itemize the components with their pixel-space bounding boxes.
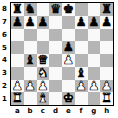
square-c4[interactable]: ♛ [37, 54, 50, 67]
square-c6[interactable] [37, 29, 50, 42]
black-pawn[interactable]: ♟ [25, 16, 36, 29]
file-label-c: c [37, 106, 50, 116]
file-labels: abcdefgh [11, 106, 113, 116]
square-h6[interactable] [100, 29, 113, 42]
square-d7[interactable] [49, 16, 62, 29]
square-c3[interactable]: ♞ [37, 67, 50, 80]
black-bishop[interactable]: ♝ [25, 54, 36, 67]
square-d4[interactable] [49, 54, 62, 67]
square-a6[interactable] [11, 29, 24, 42]
square-h7[interactable]: ♟ [100, 16, 113, 29]
square-d3[interactable] [49, 67, 62, 80]
square-e4[interactable]: ♟ [62, 54, 75, 67]
white-rook[interactable]: ♜ [101, 92, 112, 105]
black-rook[interactable]: ♜ [12, 3, 23, 16]
white-pawn[interactable]: ♟ [37, 80, 48, 93]
square-e1[interactable]: ♚ [62, 92, 75, 105]
black-pawn[interactable]: ♟ [76, 16, 87, 29]
white-pawn[interactable]: ♟ [101, 80, 112, 93]
file-label-h: h [100, 106, 113, 116]
file-label-e: e [62, 106, 75, 116]
square-d8[interactable]: ♛ [49, 3, 62, 16]
white-pawn[interactable]: ♟ [88, 80, 99, 93]
square-e3[interactable] [62, 67, 75, 80]
square-d6[interactable] [49, 29, 62, 42]
square-g3[interactable] [88, 67, 101, 80]
square-f7[interactable]: ♟ [75, 16, 88, 29]
square-a3[interactable] [11, 67, 24, 80]
chess-board[interactable]: ♜♞♛♚♜♟♟♟♟♟♟♟♝♛♟♞♝♟♟♟♟♟♟♜♝♚♜ [10, 2, 114, 106]
black-bishop[interactable]: ♝ [76, 67, 87, 80]
square-h1[interactable]: ♜ [100, 92, 113, 105]
square-b4[interactable]: ♝ [24, 54, 37, 67]
square-b7[interactable]: ♟ [24, 16, 37, 29]
square-g6[interactable] [88, 29, 101, 42]
square-f4[interactable] [75, 54, 88, 67]
rank-label-8: 8 [0, 3, 9, 16]
square-g2[interactable]: ♟ [88, 80, 101, 93]
black-pawn[interactable]: ♟ [63, 41, 74, 54]
black-knight[interactable]: ♞ [25, 3, 36, 16]
square-g8[interactable] [88, 3, 101, 16]
square-d2[interactable] [49, 80, 62, 93]
rank-label-4: 4 [0, 54, 9, 67]
square-h4[interactable] [100, 54, 113, 67]
rank-labels: 87654321 [0, 3, 9, 105]
square-h2[interactable]: ♟ [100, 80, 113, 93]
rank-label-6: 6 [0, 29, 9, 42]
white-knight[interactable]: ♞ [37, 67, 48, 80]
square-c7[interactable]: ♟ [37, 16, 50, 29]
square-f2[interactable]: ♟ [75, 80, 88, 93]
square-d1[interactable] [49, 92, 62, 105]
square-b5[interactable] [24, 41, 37, 54]
white-king[interactable]: ♚ [63, 92, 74, 105]
file-label-d: d [49, 106, 62, 116]
square-b6[interactable] [24, 29, 37, 42]
square-b1[interactable] [24, 92, 37, 105]
rank-label-3: 3 [0, 67, 9, 80]
square-a7[interactable]: ♟ [11, 16, 24, 29]
white-pawn[interactable]: ♟ [25, 80, 36, 93]
square-f3[interactable]: ♝ [75, 67, 88, 80]
white-bishop[interactable]: ♝ [37, 92, 48, 105]
square-b2[interactable]: ♟ [24, 80, 37, 93]
square-g5[interactable] [88, 41, 101, 54]
square-e2[interactable] [62, 80, 75, 93]
black-rook[interactable]: ♜ [101, 3, 112, 16]
file-label-f: f [75, 106, 88, 116]
square-f1[interactable] [75, 92, 88, 105]
square-a1[interactable]: ♜ [11, 92, 24, 105]
square-f8[interactable] [75, 3, 88, 16]
square-c1[interactable]: ♝ [37, 92, 50, 105]
square-a2[interactable]: ♟ [11, 80, 24, 93]
square-g1[interactable] [88, 92, 101, 105]
square-e6[interactable] [62, 29, 75, 42]
black-queen[interactable]: ♛ [50, 3, 61, 16]
square-a4[interactable] [11, 54, 24, 67]
white-pawn[interactable]: ♟ [12, 80, 23, 93]
white-queen[interactable]: ♛ [37, 54, 48, 67]
square-d5[interactable] [49, 41, 62, 54]
file-label-a: a [11, 106, 24, 116]
square-c2[interactable]: ♟ [37, 80, 50, 93]
square-c5[interactable] [37, 41, 50, 54]
file-label-b: b [24, 106, 37, 116]
white-pawn[interactable]: ♟ [76, 80, 87, 93]
white-pawn[interactable]: ♟ [63, 54, 74, 67]
black-pawn[interactable]: ♟ [37, 16, 48, 29]
square-h8[interactable]: ♜ [100, 3, 113, 16]
square-c8[interactable] [37, 3, 50, 16]
square-h3[interactable] [100, 67, 113, 80]
square-a8[interactable]: ♜ [11, 3, 24, 16]
rank-label-2: 2 [0, 80, 9, 93]
square-g7[interactable]: ♟ [88, 16, 101, 29]
square-b3[interactable] [24, 67, 37, 80]
white-rook[interactable]: ♜ [12, 92, 23, 105]
square-e7[interactable] [62, 16, 75, 29]
square-e8[interactable]: ♚ [62, 3, 75, 16]
rank-label-5: 5 [0, 41, 9, 54]
square-a5[interactable] [11, 41, 24, 54]
black-pawn[interactable]: ♟ [12, 16, 23, 29]
black-pawn[interactable]: ♟ [101, 16, 112, 29]
square-g4[interactable] [88, 54, 101, 67]
square-b8[interactable]: ♞ [24, 3, 37, 16]
square-f6[interactable] [75, 29, 88, 42]
rank-label-7: 7 [0, 16, 9, 29]
square-h5[interactable] [100, 41, 113, 54]
rank-label-1: 1 [0, 92, 9, 105]
black-king[interactable]: ♚ [63, 3, 74, 16]
chess-diagram: 87654321 ♜♞♛♚♜♟♟♟♟♟♟♟♝♛♟♞♝♟♟♟♟♟♟♜♝♚♜ abc… [0, 0, 118, 118]
black-pawn[interactable]: ♟ [88, 16, 99, 29]
square-f5[interactable] [75, 41, 88, 54]
file-label-g: g [88, 106, 101, 116]
square-e5[interactable]: ♟ [62, 41, 75, 54]
